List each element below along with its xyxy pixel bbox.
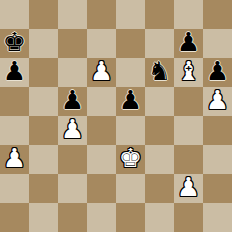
square-h7[interactable] [203,29,232,58]
square-d3[interactable] [87,145,116,174]
chess-board: ♚♟♟♟♞♝♟♟♟♟♟♟♚♟ [0,0,232,232]
square-f4[interactable] [145,116,174,145]
square-a8[interactable] [0,0,29,29]
square-b8[interactable] [29,0,58,29]
square-a6[interactable]: ♟ [0,58,29,87]
square-e5[interactable]: ♟ [116,87,145,116]
square-b2[interactable] [29,174,58,203]
square-h6[interactable]: ♟ [203,58,232,87]
square-c4[interactable]: ♟ [58,116,87,145]
square-a5[interactable] [0,87,29,116]
square-c7[interactable] [58,29,87,58]
square-e1[interactable] [116,203,145,232]
white-pawn[interactable]: ♟ [177,174,200,202]
white-pawn[interactable]: ♟ [61,116,84,144]
black-pawn[interactable]: ♟ [61,87,84,115]
square-e4[interactable] [116,116,145,145]
white-bishop[interactable]: ♝ [177,58,200,86]
white-pawn[interactable]: ♟ [90,58,113,86]
square-e2[interactable] [116,174,145,203]
square-d2[interactable] [87,174,116,203]
square-b4[interactable] [29,116,58,145]
square-h3[interactable] [203,145,232,174]
square-e8[interactable] [116,0,145,29]
black-pawn[interactable]: ♟ [119,87,142,115]
square-a2[interactable] [0,174,29,203]
black-pawn[interactable]: ♟ [206,58,229,86]
square-f1[interactable] [145,203,174,232]
square-g5[interactable] [174,87,203,116]
square-f6[interactable]: ♞ [145,58,174,87]
square-g6[interactable]: ♝ [174,58,203,87]
square-h5[interactable]: ♟ [203,87,232,116]
square-e6[interactable] [116,58,145,87]
square-a1[interactable] [0,203,29,232]
square-b3[interactable] [29,145,58,174]
square-f7[interactable] [145,29,174,58]
square-h8[interactable] [203,0,232,29]
square-h4[interactable] [203,116,232,145]
square-e7[interactable] [116,29,145,58]
square-d6[interactable]: ♟ [87,58,116,87]
square-d8[interactable] [87,0,116,29]
black-knight[interactable]: ♞ [148,58,171,86]
square-c6[interactable] [58,58,87,87]
square-d7[interactable] [87,29,116,58]
square-a3[interactable]: ♟ [0,145,29,174]
square-f3[interactable] [145,145,174,174]
square-c2[interactable] [58,174,87,203]
black-king[interactable]: ♚ [3,29,26,57]
white-pawn[interactable]: ♟ [206,87,229,115]
square-f8[interactable] [145,0,174,29]
square-f5[interactable] [145,87,174,116]
square-c5[interactable]: ♟ [58,87,87,116]
black-pawn[interactable]: ♟ [3,58,26,86]
square-a4[interactable] [0,116,29,145]
square-h2[interactable] [203,174,232,203]
square-g4[interactable] [174,116,203,145]
square-g7[interactable]: ♟ [174,29,203,58]
black-pawn[interactable]: ♟ [177,29,200,57]
square-b7[interactable] [29,29,58,58]
square-b1[interactable] [29,203,58,232]
square-d5[interactable] [87,87,116,116]
white-king[interactable]: ♚ [119,145,142,173]
white-pawn[interactable]: ♟ [3,145,26,173]
square-b6[interactable] [29,58,58,87]
square-c8[interactable] [58,0,87,29]
square-a7[interactable]: ♚ [0,29,29,58]
square-c1[interactable] [58,203,87,232]
square-g8[interactable] [174,0,203,29]
square-h1[interactable] [203,203,232,232]
square-e3[interactable]: ♚ [116,145,145,174]
square-d1[interactable] [87,203,116,232]
square-c3[interactable] [58,145,87,174]
square-g3[interactable] [174,145,203,174]
square-g1[interactable] [174,203,203,232]
square-g2[interactable]: ♟ [174,174,203,203]
square-d4[interactable] [87,116,116,145]
square-f2[interactable] [145,174,174,203]
square-b5[interactable] [29,87,58,116]
